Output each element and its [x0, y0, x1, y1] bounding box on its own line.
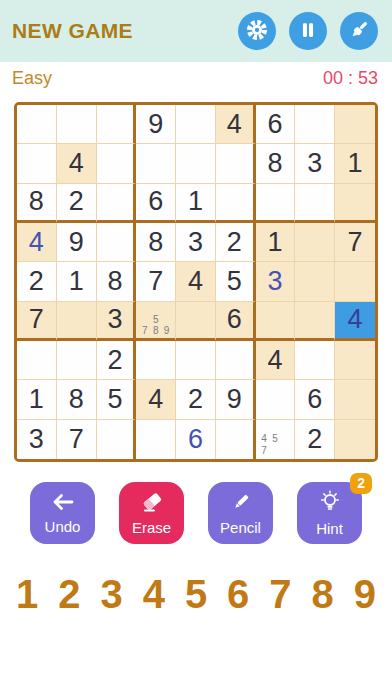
pencil-mark-6 [281, 433, 292, 445]
cell-r5c1[interactable]: 2 [17, 262, 57, 301]
settings-button[interactable] [238, 12, 276, 50]
cell-r3c6[interactable] [216, 184, 256, 223]
numpad-6[interactable]: 6 [227, 574, 249, 614]
pencil-marks: 5789 [136, 302, 175, 338]
page-title: NEW GAME [12, 19, 225, 43]
cell-r7c9[interactable] [335, 341, 375, 380]
undo-button[interactable]: Undo [30, 482, 95, 544]
numpad-3[interactable]: 3 [100, 574, 122, 614]
pencil-mark-3 [281, 422, 292, 434]
paintbrush-icon [347, 18, 371, 45]
cell-r4c2[interactable]: 9 [57, 223, 97, 262]
pencil-button[interactable]: Pencil [208, 482, 273, 544]
cell-r2c1[interactable] [17, 144, 57, 183]
cell-r8c7[interactable] [256, 380, 296, 419]
cell-r1c6[interactable]: 4 [216, 105, 256, 144]
cell-r6c6[interactable]: 6 [216, 302, 256, 341]
pencil-marks: 457 [256, 420, 295, 459]
pencil-mark-7: 7 [259, 445, 270, 457]
cell-r2c3[interactable] [97, 144, 137, 183]
pencil-mark-2 [270, 422, 281, 434]
cell-r9c5[interactable]: 6 [176, 420, 216, 459]
cell-r9c3[interactable] [97, 420, 137, 459]
cell-r3c8[interactable] [295, 184, 335, 223]
cell-r2c8[interactable]: 3 [295, 144, 335, 183]
cell-r4c5[interactable]: 3 [176, 223, 216, 262]
cell-r2c4[interactable] [136, 144, 176, 183]
cell-r6c8[interactable] [295, 302, 335, 341]
cell-r2c2[interactable]: 4 [57, 144, 97, 183]
cell-r5c2[interactable]: 1 [57, 262, 97, 301]
cell-r9c8[interactable]: 2 [295, 420, 335, 459]
cell-r2c9[interactable]: 1 [335, 144, 375, 183]
cell-r6c7[interactable] [256, 302, 296, 341]
cell-r8c8[interactable]: 6 [295, 380, 335, 419]
numpad-9[interactable]: 9 [354, 574, 376, 614]
cell-r2c5[interactable] [176, 144, 216, 183]
cell-r3c3[interactable] [97, 184, 137, 223]
cell-r4c1[interactable]: 4 [17, 223, 57, 262]
cell-r7c7[interactable]: 4 [256, 341, 296, 380]
cell-r5c5[interactable]: 4 [176, 262, 216, 301]
cell-r5c3[interactable]: 8 [97, 262, 137, 301]
cell-r9c2[interactable]: 7 [57, 420, 97, 459]
cell-r1c9[interactable] [335, 105, 375, 144]
pencil-mark-2 [150, 304, 161, 315]
numpad-7[interactable]: 7 [269, 574, 291, 614]
cell-r7c6[interactable] [216, 341, 256, 380]
cell-r1c3[interactable] [97, 105, 137, 144]
pause-icon [297, 19, 319, 44]
pencil-mark-4 [139, 314, 150, 325]
pencil-mark-1 [259, 422, 270, 434]
cell-r7c3[interactable]: 2 [97, 341, 137, 380]
difficulty-label: Easy [12, 68, 52, 89]
pencil-mark-8 [270, 445, 281, 457]
cell-r9c1[interactable]: 3 [17, 420, 57, 459]
erase-button[interactable]: Erase [119, 482, 184, 544]
cell-r8c1[interactable]: 1 [17, 380, 57, 419]
pencil-mark-4: 4 [259, 433, 270, 445]
numpad: 123456789 [0, 574, 392, 614]
cell-r3c4[interactable]: 6 [136, 184, 176, 223]
cell-r3c2[interactable]: 2 [57, 184, 97, 223]
cell-r5c4[interactable]: 7 [136, 262, 176, 301]
timer-value: 00 : 53 [323, 68, 378, 89]
cell-r6c2[interactable] [57, 302, 97, 341]
numpad-5[interactable]: 5 [185, 574, 207, 614]
pencil-mark-7: 7 [139, 325, 150, 336]
hint-badge: 2 [350, 473, 372, 494]
pencil-mark-9: 9 [161, 325, 172, 336]
cell-r4c9[interactable]: 7 [335, 223, 375, 262]
numpad-2[interactable]: 2 [58, 574, 80, 614]
gear-icon [244, 17, 270, 46]
cell-r6c4[interactable]: 5789 [136, 302, 176, 341]
cell-r5c7[interactable]: 3 [256, 262, 296, 301]
cell-r7c1[interactable] [17, 341, 57, 380]
cell-r4c7[interactable]: 1 [256, 223, 296, 262]
cell-r3c1[interactable]: 8 [17, 184, 57, 223]
cell-r1c7[interactable]: 6 [256, 105, 296, 144]
cell-r8c4[interactable]: 4 [136, 380, 176, 419]
cell-r8c9[interactable] [335, 380, 375, 419]
cell-r9c9[interactable] [335, 420, 375, 459]
cell-r7c5[interactable] [176, 341, 216, 380]
header-bar: NEW GAME [0, 0, 392, 62]
cell-r6c3[interactable]: 3 [97, 302, 137, 341]
cell-r8c2[interactable]: 8 [57, 380, 97, 419]
numpad-1[interactable]: 1 [16, 574, 38, 614]
cell-r1c1[interactable] [17, 105, 57, 144]
cell-r2c7[interactable]: 8 [256, 144, 296, 183]
pencil-icon [230, 491, 252, 516]
cell-r6c1[interactable]: 7 [17, 302, 57, 341]
pause-button[interactable] [289, 12, 327, 50]
cell-r7c4[interactable] [136, 341, 176, 380]
eraser-icon [140, 491, 164, 516]
cell-r6c5[interactable] [176, 302, 216, 341]
cell-r3c7[interactable] [256, 184, 296, 223]
cell-r5c6[interactable]: 5 [216, 262, 256, 301]
cell-r5c9[interactable] [335, 262, 375, 301]
cell-r4c3[interactable] [97, 223, 137, 262]
undo-label: Undo [45, 518, 81, 535]
cell-r9c7[interactable]: 457 [256, 420, 296, 459]
cell-r8c6[interactable]: 9 [216, 380, 256, 419]
cell-r1c4[interactable]: 9 [136, 105, 176, 144]
cell-r1c5[interactable] [176, 105, 216, 144]
sudoku-board: 9464831826149832172187453735789642418542… [14, 102, 378, 462]
pencil-mark-5: 5 [270, 433, 281, 445]
hint-label: Hint [316, 520, 343, 537]
cell-r8c3[interactable]: 5 [97, 380, 137, 419]
controls-row: Undo Erase Pencil 2 [0, 482, 392, 544]
pencil-mark-6 [161, 314, 172, 325]
cell-r6c9[interactable]: 4 [335, 302, 375, 341]
cell-r8c5[interactable]: 2 [176, 380, 216, 419]
cell-r7c2[interactable] [57, 341, 97, 380]
cell-r9c6[interactable] [216, 420, 256, 459]
cell-r4c8[interactable] [295, 223, 335, 262]
cell-r4c6[interactable]: 2 [216, 223, 256, 262]
pencil-mark-5: 5 [150, 314, 161, 325]
erase-label: Erase [132, 519, 171, 536]
numpad-8[interactable]: 8 [312, 574, 334, 614]
lightbulb-icon [317, 490, 343, 517]
hint-button[interactable]: 2 Hint [297, 482, 362, 544]
cell-r1c2[interactable] [57, 105, 97, 144]
cell-r2c6[interactable] [216, 144, 256, 183]
pencil-mark-1 [139, 304, 150, 315]
cell-r7c8[interactable] [295, 341, 335, 380]
cell-r3c9[interactable] [335, 184, 375, 223]
numpad-4[interactable]: 4 [143, 574, 165, 614]
pencil-label: Pencil [220, 519, 261, 536]
pencil-mark-8: 8 [150, 325, 161, 336]
pencil-mark-9 [281, 445, 292, 457]
cell-r5c8[interactable] [295, 262, 335, 301]
cell-r9c4[interactable] [136, 420, 176, 459]
cell-r3c5[interactable]: 1 [176, 184, 216, 223]
undo-arrow-icon [50, 492, 76, 515]
cell-r1c8[interactable] [295, 105, 335, 144]
theme-button[interactable] [340, 12, 378, 50]
cell-r4c4[interactable]: 8 [136, 223, 176, 262]
pencil-mark-3 [161, 304, 172, 315]
status-bar: Easy 00 : 53 [0, 62, 392, 94]
